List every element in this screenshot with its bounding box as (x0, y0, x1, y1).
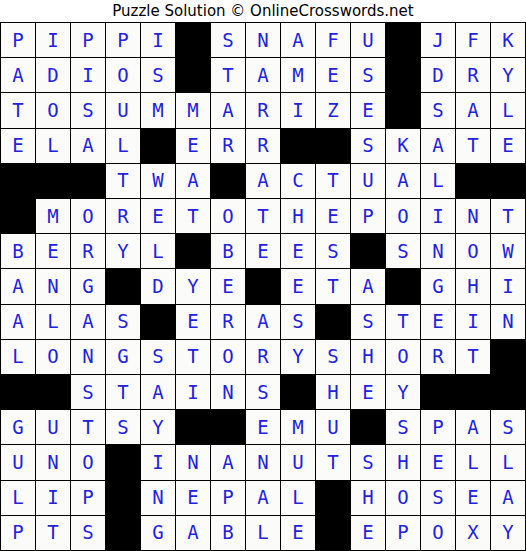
letter-cell: G (71, 269, 105, 303)
block-cell (386, 269, 420, 303)
letter-cell: N (71, 340, 105, 374)
letter-cell: G (141, 516, 175, 550)
page-title: Puzzle Solution © OnlineCrosswords.net (112, 2, 413, 20)
letter-cell: B (211, 234, 245, 268)
letter-cell: L (491, 93, 525, 127)
letter-cell: T (71, 410, 105, 444)
puzzle-solution-page: Puzzle Solution © OnlineCrosswords.net P… (0, 0, 526, 551)
letter-cell: N (36, 445, 70, 479)
letter-cell: T (316, 164, 350, 198)
letter-cell: A (246, 164, 280, 198)
letter-cell: S (211, 23, 245, 57)
letter-cell: S (316, 234, 350, 268)
letter-cell: I (71, 58, 105, 92)
letter-cell: U (1, 445, 35, 479)
letter-cell: H (316, 375, 350, 409)
letter-cell: T (1, 93, 35, 127)
letter-cell: S (106, 305, 140, 339)
letter-cell: U (316, 410, 350, 444)
block-cell (106, 516, 140, 550)
letter-cell: E (316, 199, 350, 233)
letter-cell: M (281, 58, 315, 92)
block-cell (456, 375, 490, 409)
letter-cell: E (246, 410, 280, 444)
letter-cell: N (246, 445, 280, 479)
block-cell (141, 129, 175, 163)
block-cell (246, 269, 280, 303)
letter-cell: O (36, 340, 70, 374)
letter-cell: Y (491, 58, 525, 92)
block-cell (1, 375, 35, 409)
letter-cell: N (141, 481, 175, 515)
letter-cell: H (351, 340, 385, 374)
letter-cell: H (351, 481, 385, 515)
letter-cell: B (211, 516, 245, 550)
letter-cell: T (316, 269, 350, 303)
letter-cell: T (176, 340, 210, 374)
letter-cell: O (211, 199, 245, 233)
letter-cell: K (386, 129, 420, 163)
letter-cell: G (421, 269, 455, 303)
letter-cell: O (456, 234, 490, 268)
letter-cell: T (211, 58, 245, 92)
letter-cell: I (141, 445, 175, 479)
letter-cell: E (316, 58, 350, 92)
block-cell (1, 164, 35, 198)
letter-cell: P (1, 516, 35, 550)
letter-cell: R (71, 234, 105, 268)
letter-cell: L (421, 164, 455, 198)
letter-cell: S (421, 481, 455, 515)
block-cell (491, 340, 525, 374)
letter-cell: N (491, 305, 525, 339)
letter-cell: U (351, 23, 385, 57)
letter-cell: A (211, 93, 245, 127)
letter-cell: Y (141, 410, 175, 444)
letter-cell: E (281, 269, 315, 303)
letter-cell: R (246, 93, 280, 127)
letter-cell: U (36, 410, 70, 444)
block-cell (176, 23, 210, 57)
letter-cell: E (491, 129, 525, 163)
letter-cell: O (36, 93, 70, 127)
letter-cell: N (421, 234, 455, 268)
letter-cell: A (71, 305, 105, 339)
letter-cell: O (106, 58, 140, 92)
letter-cell: F (456, 23, 490, 57)
block-cell (176, 410, 210, 444)
letter-cell: E (176, 129, 210, 163)
letter-cell: J (421, 23, 455, 57)
letter-cell: S (386, 234, 420, 268)
letter-cell: T (386, 305, 420, 339)
letter-cell: D (141, 269, 175, 303)
letter-cell: T (456, 340, 490, 374)
letter-cell: Y (386, 375, 420, 409)
letter-cell: B (1, 234, 35, 268)
block-cell (211, 164, 245, 198)
letter-cell: R (246, 340, 280, 374)
letter-cell: O (71, 445, 105, 479)
letter-cell: I (491, 269, 525, 303)
letter-cell: R (421, 340, 455, 374)
letter-cell: I (281, 93, 315, 127)
block-cell (351, 410, 385, 444)
letter-cell: R (211, 129, 245, 163)
letter-cell: S (421, 93, 455, 127)
letter-cell: I (36, 23, 70, 57)
block-cell (421, 375, 455, 409)
letter-cell: S (316, 340, 350, 374)
letter-cell: N (246, 23, 280, 57)
letter-cell: P (351, 199, 385, 233)
letter-cell: T (176, 199, 210, 233)
block-cell (456, 164, 490, 198)
letter-cell: H (281, 199, 315, 233)
letter-cell: D (36, 58, 70, 92)
letter-cell: A (246, 58, 280, 92)
letter-cell: U (106, 93, 140, 127)
letter-cell: Z (316, 93, 350, 127)
block-cell (106, 269, 140, 303)
letter-cell: E (456, 481, 490, 515)
letter-cell: A (246, 305, 280, 339)
letter-cell: T (106, 375, 140, 409)
letter-cell: A (141, 375, 175, 409)
block-cell (386, 93, 420, 127)
letter-cell: T (36, 516, 70, 550)
letter-cell: Y (491, 516, 525, 550)
letter-cell: I (36, 481, 70, 515)
letter-cell: A (246, 481, 280, 515)
letter-cell: E (351, 375, 385, 409)
letter-cell: M (36, 199, 70, 233)
letter-cell: T (316, 445, 350, 479)
letter-cell: E (246, 234, 280, 268)
letter-cell: A (1, 269, 35, 303)
letter-cell: U (351, 164, 385, 198)
letter-cell: S (71, 375, 105, 409)
letter-cell: P (421, 410, 455, 444)
letter-cell: A (456, 410, 490, 444)
letter-cell: A (421, 129, 455, 163)
letter-cell: A (386, 164, 420, 198)
letter-cell: I (456, 305, 490, 339)
letter-cell: A (71, 129, 105, 163)
letter-cell: L (141, 234, 175, 268)
letter-cell: I (421, 199, 455, 233)
letter-cell: H (386, 445, 420, 479)
letter-cell: S (71, 516, 105, 550)
block-cell (386, 23, 420, 57)
letter-cell: M (141, 93, 175, 127)
letter-cell: P (386, 516, 420, 550)
letter-cell: E (421, 305, 455, 339)
letter-cell: T (456, 129, 490, 163)
letter-cell: N (456, 199, 490, 233)
letter-cell: S (491, 410, 525, 444)
letter-cell: C (281, 164, 315, 198)
letter-cell: I (176, 375, 210, 409)
letter-cell: U (281, 445, 315, 479)
letter-cell: L (1, 340, 35, 374)
block-cell (176, 58, 210, 92)
letter-cell: P (106, 23, 140, 57)
block-cell (281, 375, 315, 409)
letter-cell: S (106, 410, 140, 444)
letter-cell: P (211, 481, 245, 515)
block-cell (316, 481, 350, 515)
letter-cell: A (1, 58, 35, 92)
letter-cell: X (456, 516, 490, 550)
letter-cell: A (281, 23, 315, 57)
letter-cell: S (351, 305, 385, 339)
letter-cell: S (386, 410, 420, 444)
letter-cell: N (211, 375, 245, 409)
letter-cell: G (1, 410, 35, 444)
letter-cell: S (351, 445, 385, 479)
block-cell (316, 516, 350, 550)
letter-cell: D (421, 58, 455, 92)
block-cell (351, 234, 385, 268)
letter-cell: T (491, 199, 525, 233)
letter-cell: E (36, 234, 70, 268)
block-cell (106, 445, 140, 479)
letter-cell: A (176, 516, 210, 550)
block-cell (211, 410, 245, 444)
letter-cell: N (176, 445, 210, 479)
block-cell (491, 375, 525, 409)
letter-cell: O (71, 199, 105, 233)
letter-cell: A (176, 164, 210, 198)
letter-cell: M (281, 410, 315, 444)
letter-cell: P (71, 481, 105, 515)
block-cell (491, 164, 525, 198)
letter-cell: A (351, 269, 385, 303)
title-bar: Puzzle Solution © OnlineCrosswords.net (0, 0, 526, 22)
block-cell (71, 164, 105, 198)
letter-cell: E (351, 93, 385, 127)
letter-cell: T (106, 164, 140, 198)
letter-cell: P (1, 23, 35, 57)
letter-cell: E (1, 129, 35, 163)
letter-cell: E (281, 234, 315, 268)
letter-cell: S (141, 340, 175, 374)
letter-cell: F (316, 23, 350, 57)
letter-cell: E (211, 269, 245, 303)
letter-cell: L (36, 305, 70, 339)
letter-cell: W (491, 234, 525, 268)
block-cell (386, 58, 420, 92)
letter-cell: R (246, 129, 280, 163)
letter-cell: R (106, 199, 140, 233)
letter-cell: Y (176, 269, 210, 303)
letter-cell: S (351, 129, 385, 163)
letter-cell: Y (106, 234, 140, 268)
letter-cell: H (456, 269, 490, 303)
letter-cell: L (281, 481, 315, 515)
letter-cell: E (176, 305, 210, 339)
letter-cell: W (141, 164, 175, 198)
letter-cell: M (176, 93, 210, 127)
letter-cell: O (386, 340, 420, 374)
letter-cell: E (141, 199, 175, 233)
letter-cell: K (491, 23, 525, 57)
letter-cell: R (211, 305, 245, 339)
block-cell (141, 305, 175, 339)
block-cell (281, 129, 315, 163)
letter-cell: L (36, 129, 70, 163)
letter-cell: O (386, 199, 420, 233)
letter-cell: A (456, 93, 490, 127)
letter-cell: O (211, 340, 245, 374)
letter-cell: E (176, 481, 210, 515)
letter-cell: A (211, 445, 245, 479)
letter-cell: E (421, 445, 455, 479)
letter-cell: A (491, 481, 525, 515)
letter-cell: O (421, 516, 455, 550)
block-cell (36, 375, 70, 409)
letter-cell: S (281, 305, 315, 339)
letter-cell: E (351, 516, 385, 550)
block-cell (316, 305, 350, 339)
letter-cell: L (106, 129, 140, 163)
letter-cell: N (36, 269, 70, 303)
letter-cell: L (491, 445, 525, 479)
block-cell (176, 234, 210, 268)
letter-cell: S (141, 58, 175, 92)
letter-cell: O (386, 481, 420, 515)
letter-cell: L (246, 516, 280, 550)
letter-cell: S (351, 58, 385, 92)
crossword-grid: PIPPISNAFUJFKADIOSTAMESDRYTOSUMMARIZESAL… (0, 22, 526, 551)
letter-cell: L (456, 445, 490, 479)
block-cell (316, 129, 350, 163)
letter-cell: T (246, 199, 280, 233)
letter-cell: A (1, 305, 35, 339)
block-cell (1, 199, 35, 233)
letter-cell: R (456, 58, 490, 92)
letter-cell: Y (281, 340, 315, 374)
letter-cell: S (71, 93, 105, 127)
block-cell (106, 481, 140, 515)
letter-cell: P (71, 23, 105, 57)
letter-cell: S (246, 375, 280, 409)
letter-cell: G (106, 340, 140, 374)
letter-cell: I (141, 23, 175, 57)
block-cell (36, 164, 70, 198)
letter-cell: E (281, 516, 315, 550)
letter-cell: L (1, 481, 35, 515)
